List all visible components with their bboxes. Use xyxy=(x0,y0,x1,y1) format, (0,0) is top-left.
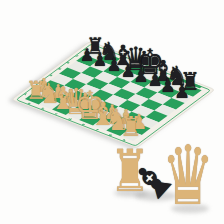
piece-shadow xyxy=(114,189,148,197)
piece-shadow xyxy=(135,191,177,201)
piece-shadow xyxy=(171,204,209,213)
rank-label: 1 xyxy=(23,93,28,96)
rank-label: 8 xyxy=(82,49,87,52)
board-grid xyxy=(25,48,202,141)
file-label: b xyxy=(40,107,45,110)
file-label: e xyxy=(81,123,86,126)
product-photo: abcdefgh12345678 ♜♞♝♛♚♝♞♜♟♟♟♟♟♟♟♟♟♟♟♟♟♟♟… xyxy=(0,0,224,224)
chess-board: abcdefgh12345678 xyxy=(11,41,216,148)
file-label: f xyxy=(95,128,99,130)
foreground-white-queen: ♛ xyxy=(162,135,215,217)
file-label: g xyxy=(108,134,113,137)
file-label: c xyxy=(54,113,59,116)
rank-label: 3 xyxy=(40,80,45,83)
rank-label: 5 xyxy=(57,68,62,71)
foreground-black-bishop: ♝ xyxy=(123,151,183,211)
rank-label: 7 xyxy=(74,55,79,58)
rank-label: 4 xyxy=(48,74,53,77)
file-label: d xyxy=(67,118,72,121)
rank-label: 6 xyxy=(65,61,70,64)
file-label: h xyxy=(122,139,127,142)
file-label: a xyxy=(27,102,32,105)
rank-label: 2 xyxy=(31,87,36,90)
foreground-white-rook: ♜ xyxy=(110,142,151,200)
